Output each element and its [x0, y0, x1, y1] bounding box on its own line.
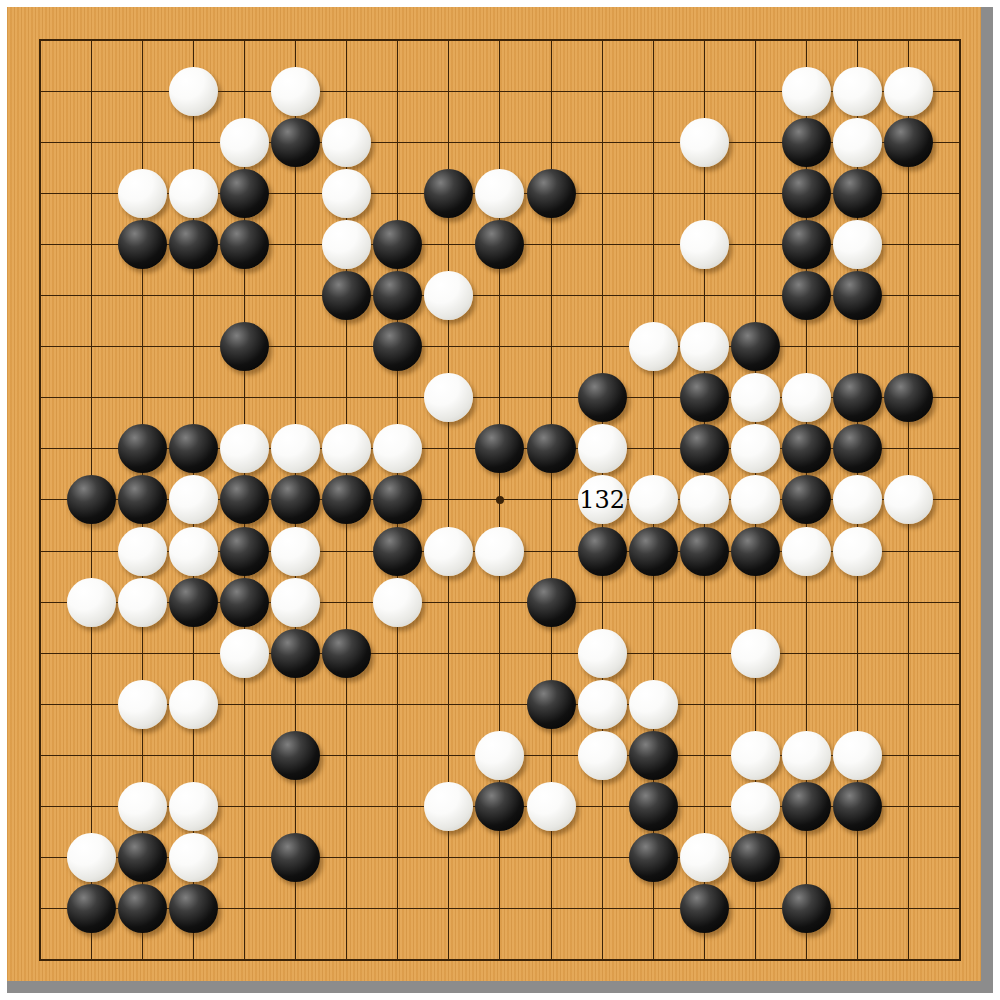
stone-white [731, 629, 780, 678]
stone-white [629, 475, 678, 524]
stone-black [169, 884, 218, 933]
stone-black [118, 475, 167, 524]
stone-white [680, 475, 729, 524]
stone-white [424, 373, 473, 422]
stone-white [680, 833, 729, 882]
stone-white [118, 782, 167, 831]
stone-black [884, 118, 933, 167]
stone-black [578, 527, 627, 576]
stone-black [680, 884, 729, 933]
stone-white: 132 [578, 475, 627, 524]
stone-black [169, 424, 218, 473]
stone-black [220, 578, 269, 627]
stone-black [680, 373, 729, 422]
stone-white [424, 527, 473, 576]
stone-black [527, 169, 576, 218]
stone-white [271, 67, 320, 116]
stone-black [680, 424, 729, 473]
stone-black [220, 527, 269, 576]
stone-white [833, 731, 882, 780]
stone-white [578, 629, 627, 678]
grid-line-horizontal [39, 653, 961, 654]
stone-white [169, 67, 218, 116]
stone-white [578, 680, 627, 729]
stone-black [629, 731, 678, 780]
stone-black [373, 475, 422, 524]
grid-line-vertical [959, 39, 961, 961]
stone-black [220, 322, 269, 371]
stone-white [322, 118, 371, 167]
stone-black [373, 220, 422, 269]
stone-white [629, 680, 678, 729]
stone-white [169, 680, 218, 729]
stone-white [578, 731, 627, 780]
stone-black [322, 271, 371, 320]
stone-black [833, 373, 882, 422]
stone-black [527, 680, 576, 729]
stone-white [169, 527, 218, 576]
stone-white [169, 475, 218, 524]
stone-white [220, 424, 269, 473]
stone-white [271, 527, 320, 576]
grid-line-horizontal [39, 959, 961, 961]
stone-white [680, 322, 729, 371]
stone-white [527, 782, 576, 831]
stone-white [680, 220, 729, 269]
stone-black [629, 527, 678, 576]
stone-white [782, 527, 831, 576]
stone-white [731, 782, 780, 831]
stone-black [271, 118, 320, 167]
stone-black [782, 169, 831, 218]
stone-black [67, 884, 116, 933]
stone-black [67, 475, 116, 524]
stone-black [373, 271, 422, 320]
stone-white [833, 67, 882, 116]
stone-black [833, 424, 882, 473]
stone-black [322, 629, 371, 678]
go-board[interactable]: 132 [7, 7, 981, 981]
stone-black [629, 782, 678, 831]
stone-black [169, 220, 218, 269]
stone-white [118, 527, 167, 576]
stone-white [731, 731, 780, 780]
stone-black [220, 169, 269, 218]
stone-white [118, 578, 167, 627]
stone-white [169, 169, 218, 218]
stone-white [731, 373, 780, 422]
stone-black [833, 169, 882, 218]
stone-black [271, 475, 320, 524]
stone-black [833, 782, 882, 831]
stone-white [475, 527, 524, 576]
stone-black [782, 782, 831, 831]
stone-white [322, 169, 371, 218]
stone-white [169, 833, 218, 882]
stone-white [67, 833, 116, 882]
stone-white [322, 424, 371, 473]
stone-white [629, 322, 678, 371]
stone-black [782, 424, 831, 473]
stone-black [629, 833, 678, 882]
stone-white [67, 578, 116, 627]
stone-black [220, 475, 269, 524]
stone-white [731, 475, 780, 524]
stone-white [475, 169, 524, 218]
stone-black [118, 220, 167, 269]
stone-white [475, 731, 524, 780]
stone-white [271, 578, 320, 627]
stone-black [220, 220, 269, 269]
stone-black [118, 424, 167, 473]
stone-white [424, 782, 473, 831]
stone-white [833, 118, 882, 167]
stone-black [782, 271, 831, 320]
stone-black [782, 475, 831, 524]
stone-white [782, 731, 831, 780]
stone-white [271, 424, 320, 473]
stone-black [373, 527, 422, 576]
stone-black [782, 884, 831, 933]
stone-white [373, 424, 422, 473]
stone-white [220, 118, 269, 167]
stone-white [118, 169, 167, 218]
stone-white [731, 424, 780, 473]
star-point [496, 496, 504, 504]
move-number-label: 132 [578, 475, 627, 524]
stone-black [424, 169, 473, 218]
stone-black [578, 373, 627, 422]
stone-white [782, 67, 831, 116]
stone-black [527, 578, 576, 627]
stone-white [782, 373, 831, 422]
stone-white [322, 220, 371, 269]
stone-white [833, 220, 882, 269]
stone-black [527, 424, 576, 473]
stone-white [373, 578, 422, 627]
stone-black [475, 220, 524, 269]
stone-black [884, 373, 933, 422]
stone-black [271, 629, 320, 678]
stone-black [833, 271, 882, 320]
stone-black [731, 527, 780, 576]
stone-black [731, 833, 780, 882]
stone-black [169, 578, 218, 627]
stone-black [782, 220, 831, 269]
stone-black [271, 731, 320, 780]
stone-white [884, 475, 933, 524]
stone-black [782, 118, 831, 167]
stone-white [118, 680, 167, 729]
stone-black [271, 833, 320, 882]
page-root: 132 [0, 0, 1000, 1000]
stone-white [884, 67, 933, 116]
stone-white [424, 271, 473, 320]
stone-white [169, 782, 218, 831]
stone-white [680, 118, 729, 167]
stone-black [322, 475, 371, 524]
stone-white [833, 475, 882, 524]
stone-white [578, 424, 627, 473]
stone-black [731, 322, 780, 371]
stone-black [680, 527, 729, 576]
stone-black [475, 782, 524, 831]
stone-black [118, 833, 167, 882]
board-edge-shadow: 132 [7, 7, 993, 993]
stone-black [118, 884, 167, 933]
stone-black [373, 322, 422, 371]
stone-white [833, 527, 882, 576]
stone-black [475, 424, 524, 473]
stone-white [220, 629, 269, 678]
